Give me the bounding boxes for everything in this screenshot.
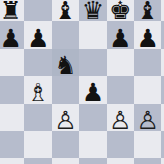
square-g4[interactable] <box>161 104 164 131</box>
square-e6[interactable] <box>107 49 134 76</box>
square-d8[interactable]: ♛ <box>79 0 106 21</box>
square-b3[interactable] <box>24 131 51 158</box>
square-g7[interactable] <box>161 21 164 48</box>
square-d7[interactable] <box>79 21 106 48</box>
square-c8[interactable]: ♝ <box>52 0 79 21</box>
square-d4[interactable] <box>79 104 106 131</box>
piece-black-knight[interactable]: ♞ <box>54 52 76 79</box>
square-e7[interactable]: ♟ <box>107 21 134 48</box>
square-c7[interactable] <box>52 21 79 48</box>
square-c6[interactable]: ♞ <box>52 49 79 76</box>
square-e4[interactable]: ♙ <box>107 104 134 131</box>
square-b2[interactable] <box>24 158 51 164</box>
square-f7[interactable]: ♟ <box>134 21 161 48</box>
square-c4[interactable]: ♙ <box>52 104 79 131</box>
square-e8[interactable]: ♚ <box>107 0 134 21</box>
piece-black-bishop[interactable]: ♝ <box>54 0 76 24</box>
square-b7[interactable]: ♟ <box>24 21 51 48</box>
square-c2[interactable] <box>52 158 79 164</box>
square-c3[interactable] <box>52 131 79 158</box>
square-g6[interactable] <box>161 49 164 76</box>
square-b8[interactable] <box>24 0 51 21</box>
square-a2[interactable] <box>0 158 24 164</box>
square-e3[interactable] <box>107 131 134 158</box>
piece-white-pawn[interactable]: ♙ <box>109 107 131 134</box>
square-b4[interactable] <box>24 104 51 131</box>
piece-black-pawn[interactable]: ♟ <box>82 79 104 106</box>
square-f8[interactable]: ♝ <box>134 0 161 21</box>
square-g5[interactable] <box>161 76 164 103</box>
square-d2[interactable] <box>79 158 106 164</box>
square-b6[interactable] <box>24 49 51 76</box>
square-b5[interactable]: ♗ <box>24 76 51 103</box>
square-d5[interactable]: ♟ <box>79 76 106 103</box>
chess-board: ♜♝♛♚♝♟♟♟♟♞♗♟♙♙♙ <box>0 0 164 164</box>
piece-black-rook[interactable]: ♜ <box>0 0 22 24</box>
piece-black-king[interactable]: ♚ <box>109 0 131 24</box>
square-f5[interactable] <box>134 76 161 103</box>
square-f3[interactable] <box>134 131 161 158</box>
square-f2[interactable] <box>134 158 161 164</box>
square-g3[interactable] <box>161 131 164 158</box>
square-f6[interactable] <box>134 49 161 76</box>
square-d6[interactable] <box>79 49 106 76</box>
piece-black-pawn[interactable]: ♟ <box>136 25 158 52</box>
square-f4[interactable]: ♙ <box>134 104 161 131</box>
piece-black-bishop[interactable]: ♝ <box>136 0 158 24</box>
piece-black-pawn[interactable]: ♟ <box>109 25 131 52</box>
square-e2[interactable] <box>107 158 134 164</box>
piece-white-pawn[interactable]: ♙ <box>54 107 76 134</box>
piece-black-queen[interactable]: ♛ <box>82 0 104 24</box>
piece-white-bishop[interactable]: ♗ <box>27 79 49 106</box>
square-a3[interactable] <box>0 131 24 158</box>
piece-black-pawn[interactable]: ♟ <box>27 25 49 52</box>
square-e5[interactable] <box>107 76 134 103</box>
square-d3[interactable] <box>79 131 106 158</box>
piece-black-pawn[interactable]: ♟ <box>0 25 22 52</box>
chess-board-viewport: ♜♝♛♚♝♟♟♟♟♞♗♟♙♙♙ <box>0 0 164 164</box>
square-a7[interactable]: ♟ <box>0 21 24 48</box>
piece-white-pawn[interactable]: ♙ <box>136 107 158 134</box>
square-a5[interactable] <box>0 76 24 103</box>
square-a4[interactable] <box>0 104 24 131</box>
square-c5[interactable] <box>52 76 79 103</box>
square-a6[interactable] <box>0 49 24 76</box>
square-g2[interactable] <box>161 158 164 164</box>
square-g8[interactable] <box>161 0 164 21</box>
square-a8[interactable]: ♜ <box>0 0 24 21</box>
